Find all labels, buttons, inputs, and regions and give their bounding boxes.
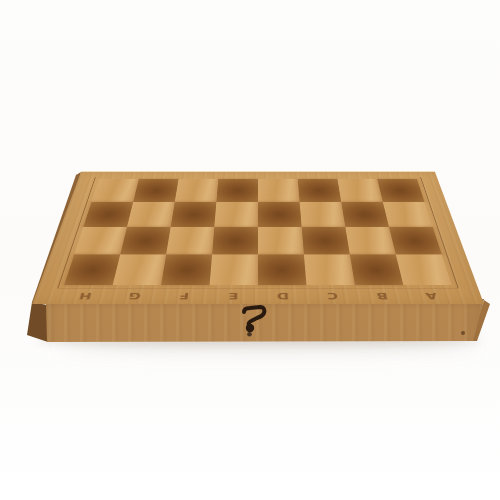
board-square [113, 254, 166, 285]
board-square [377, 179, 424, 202]
file-label: D [276, 291, 290, 301]
board-square [396, 254, 452, 285]
board-square [258, 179, 300, 202]
board-square [92, 179, 139, 202]
file-label-cell: C [307, 287, 358, 304]
file-label: E [228, 291, 240, 301]
file-label: A [423, 291, 438, 301]
file-labels: HGFEDCBA [58, 287, 458, 304]
file-label: B [374, 291, 388, 301]
board-squares [64, 179, 452, 285]
board-square [120, 227, 170, 255]
board-square [300, 202, 346, 227]
file-label-cell: F [158, 287, 209, 304]
file-label-cell: H [58, 287, 112, 304]
board-square [304, 254, 355, 285]
board-square [341, 202, 389, 227]
file-label-cell: G [108, 287, 161, 304]
file-label: F [178, 291, 190, 301]
board-square [133, 179, 178, 202]
nail-dot [461, 331, 465, 335]
board-square [64, 254, 120, 285]
board-square [345, 227, 395, 255]
board-square [350, 254, 403, 285]
board-square [383, 202, 433, 227]
board-square [210, 254, 258, 285]
file-label-cell: D [258, 287, 308, 304]
chessboard-lid: HGFEDCBA [32, 172, 484, 304]
file-label: C [325, 291, 338, 301]
board-square [258, 202, 302, 227]
metal-clasp-icon [239, 305, 269, 337]
board-square [127, 202, 175, 227]
photo-scene: HGFEDCBA [0, 0, 500, 500]
board-square [214, 202, 258, 227]
file-label-cell: E [208, 287, 258, 304]
file-label-cell: B [355, 287, 408, 304]
board-square [302, 227, 350, 255]
board-square [83, 202, 133, 227]
board-square [298, 179, 341, 202]
board-square [175, 179, 218, 202]
board-square [74, 227, 127, 255]
file-label: H [77, 291, 93, 301]
board-square [389, 227, 442, 255]
board-square [212, 227, 258, 255]
file-label-cell: A [404, 287, 458, 304]
board-square [258, 254, 306, 285]
board-square [337, 179, 382, 202]
board-square [258, 227, 304, 255]
board-square [161, 254, 212, 285]
board-square [166, 227, 214, 255]
board-square [216, 179, 258, 202]
file-label: G [127, 291, 142, 301]
board-square [171, 202, 217, 227]
